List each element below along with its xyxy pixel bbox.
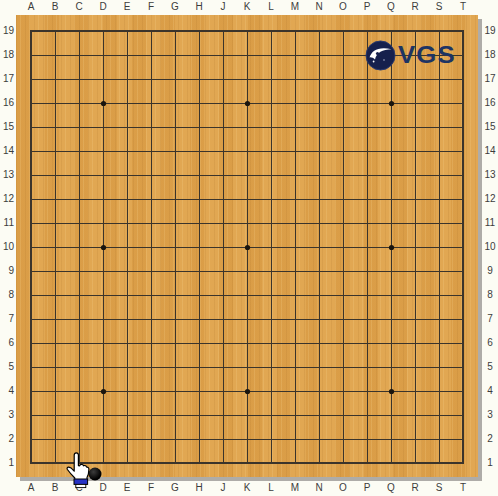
intersection-A16[interactable] [35, 106, 59, 130]
intersection-K2[interactable] [251, 442, 275, 466]
intersection-R15[interactable] [419, 130, 443, 154]
intersection-G1[interactable] [179, 466, 203, 490]
intersection-E1[interactable] [131, 466, 155, 490]
intersection-Q16[interactable] [395, 106, 419, 130]
intersection-M1[interactable] [299, 466, 323, 490]
intersection-G4[interactable] [179, 394, 203, 418]
intersection-G18[interactable] [179, 58, 203, 82]
intersection-J12[interactable] [227, 202, 251, 226]
intersection-K7[interactable] [251, 322, 275, 346]
intersection-A15[interactable] [35, 130, 59, 154]
intersection-Q11[interactable] [395, 226, 419, 250]
intersection-Q1[interactable] [395, 466, 419, 490]
intersection-A13[interactable] [35, 178, 59, 202]
intersection-O8[interactable] [347, 298, 371, 322]
intersection-F13[interactable] [155, 178, 179, 202]
intersection-E18[interactable] [131, 58, 155, 82]
intersection-A4[interactable] [35, 394, 59, 418]
intersection-D5[interactable] [107, 370, 131, 394]
intersection-H1[interactable] [203, 466, 227, 490]
intersection-J15[interactable] [227, 130, 251, 154]
intersection-M17[interactable] [299, 82, 323, 106]
intersection-T15[interactable] [467, 130, 491, 154]
intersection-J16[interactable] [227, 106, 251, 130]
intersection-F16[interactable] [155, 106, 179, 130]
intersection-J10[interactable] [227, 250, 251, 274]
intersection-Q6[interactable] [395, 346, 419, 370]
intersection-P9[interactable] [371, 274, 395, 298]
intersection-T13[interactable] [467, 178, 491, 202]
intersection-A18[interactable] [35, 58, 59, 82]
intersection-R2[interactable] [419, 442, 443, 466]
intersection-E3[interactable] [131, 418, 155, 442]
intersection-H10[interactable] [203, 250, 227, 274]
intersection-Q13[interactable] [395, 178, 419, 202]
intersection-P4[interactable] [371, 394, 395, 418]
intersection-E5[interactable] [131, 370, 155, 394]
intersection-T2[interactable] [467, 442, 491, 466]
intersection-O2[interactable] [347, 442, 371, 466]
intersection-E4[interactable] [131, 394, 155, 418]
intersection-K15[interactable] [251, 130, 275, 154]
intersection-G7[interactable] [179, 322, 203, 346]
intersection-R9[interactable] [419, 274, 443, 298]
intersection-E15[interactable] [131, 130, 155, 154]
intersection-G12[interactable] [179, 202, 203, 226]
intersection-C4[interactable] [83, 394, 107, 418]
intersection-K19[interactable] [251, 34, 275, 58]
intersection-H8[interactable] [203, 298, 227, 322]
intersection-N17[interactable] [323, 82, 347, 106]
intersection-F14[interactable] [155, 154, 179, 178]
intersection-O13[interactable] [347, 178, 371, 202]
intersection-F9[interactable] [155, 274, 179, 298]
intersection-P1[interactable] [371, 466, 395, 490]
intersection-G9[interactable] [179, 274, 203, 298]
intersection-L18[interactable] [275, 58, 299, 82]
intersection-T19[interactable] [467, 34, 491, 58]
intersection-B3[interactable] [59, 418, 83, 442]
intersection-H17[interactable] [203, 82, 227, 106]
intersection-H3[interactable] [203, 418, 227, 442]
intersection-P7[interactable] [371, 322, 395, 346]
intersection-N8[interactable] [323, 298, 347, 322]
intersection-B4[interactable] [59, 394, 83, 418]
intersection-N5[interactable] [323, 370, 347, 394]
intersection-P3[interactable] [371, 418, 395, 442]
intersection-K9[interactable] [251, 274, 275, 298]
intersection-F6[interactable] [155, 346, 179, 370]
intersection-S8[interactable] [443, 298, 467, 322]
intersection-O17[interactable] [347, 82, 371, 106]
intersection-T9[interactable] [467, 274, 491, 298]
intersection-N7[interactable] [323, 322, 347, 346]
goban[interactable] [16, 15, 478, 477]
intersection-S11[interactable] [443, 226, 467, 250]
intersection-K8[interactable] [251, 298, 275, 322]
intersection-M6[interactable] [299, 346, 323, 370]
intersection-M19[interactable] [299, 34, 323, 58]
intersection-S14[interactable] [443, 154, 467, 178]
intersection-L19[interactable] [275, 34, 299, 58]
intersection-T5[interactable] [467, 370, 491, 394]
intersection-O1[interactable] [347, 466, 371, 490]
intersection-D18[interactable] [107, 58, 131, 82]
intersection-H19[interactable] [203, 34, 227, 58]
intersection-L9[interactable] [275, 274, 299, 298]
intersection-T1[interactable] [467, 466, 491, 490]
intersection-D12[interactable] [107, 202, 131, 226]
intersection-S13[interactable] [443, 178, 467, 202]
intersection-A7[interactable] [35, 322, 59, 346]
intersection-J6[interactable] [227, 346, 251, 370]
intersection-Q14[interactable] [395, 154, 419, 178]
intersection-R17[interactable] [419, 82, 443, 106]
intersection-R10[interactable] [419, 250, 443, 274]
intersection-L6[interactable] [275, 346, 299, 370]
intersection-M18[interactable] [299, 58, 323, 82]
intersection-G13[interactable] [179, 178, 203, 202]
intersection-J13[interactable] [227, 178, 251, 202]
intersection-D9[interactable] [107, 274, 131, 298]
intersection-J1[interactable] [227, 466, 251, 490]
intersection-R13[interactable] [419, 178, 443, 202]
intersection-N16[interactable] [323, 106, 347, 130]
intersection-P13[interactable] [371, 178, 395, 202]
intersection-A17[interactable] [35, 82, 59, 106]
intersection-M10[interactable] [299, 250, 323, 274]
intersection-O9[interactable] [347, 274, 371, 298]
intersection-H9[interactable] [203, 274, 227, 298]
intersection-K16[interactable] [251, 106, 275, 130]
intersection-M9[interactable] [299, 274, 323, 298]
intersection-O10[interactable] [347, 250, 371, 274]
intersection-A3[interactable] [35, 418, 59, 442]
intersection-P12[interactable] [371, 202, 395, 226]
intersection-N1[interactable] [323, 466, 347, 490]
intersection-E16[interactable] [131, 106, 155, 130]
intersection-F10[interactable] [155, 250, 179, 274]
intersection-J4[interactable] [227, 394, 251, 418]
intersection-O11[interactable] [347, 226, 371, 250]
intersection-Q3[interactable] [395, 418, 419, 442]
intersection-A5[interactable] [35, 370, 59, 394]
intersection-P16[interactable] [371, 106, 395, 130]
intersection-R8[interactable] [419, 298, 443, 322]
intersection-C13[interactable] [83, 178, 107, 202]
intersection-J8[interactable] [227, 298, 251, 322]
intersection-C7[interactable] [83, 322, 107, 346]
intersection-K6[interactable] [251, 346, 275, 370]
intersection-T14[interactable] [467, 154, 491, 178]
intersection-D14[interactable] [107, 154, 131, 178]
intersection-M2[interactable] [299, 442, 323, 466]
intersection-P2[interactable] [371, 442, 395, 466]
intersection-M12[interactable] [299, 202, 323, 226]
intersection-B6[interactable] [59, 346, 83, 370]
intersection-J5[interactable] [227, 370, 251, 394]
intersection-D4[interactable] [107, 394, 131, 418]
intersection-C8[interactable] [83, 298, 107, 322]
intersection-C10[interactable] [83, 250, 107, 274]
intersection-J19[interactable] [227, 34, 251, 58]
intersection-D11[interactable] [107, 226, 131, 250]
intersection-T10[interactable] [467, 250, 491, 274]
intersection-H14[interactable] [203, 154, 227, 178]
intersection-L3[interactable] [275, 418, 299, 442]
intersection-N14[interactable] [323, 154, 347, 178]
intersection-J9[interactable] [227, 274, 251, 298]
intersection-G14[interactable] [179, 154, 203, 178]
intersection-E10[interactable] [131, 250, 155, 274]
intersection-L11[interactable] [275, 226, 299, 250]
intersection-P5[interactable] [371, 370, 395, 394]
intersection-Q15[interactable] [395, 130, 419, 154]
intersection-O14[interactable] [347, 154, 371, 178]
intersection-O15[interactable] [347, 130, 371, 154]
intersection-A14[interactable] [35, 154, 59, 178]
intersection-D10[interactable] [107, 250, 131, 274]
intersection-E13[interactable] [131, 178, 155, 202]
intersection-J3[interactable] [227, 418, 251, 442]
intersection-F4[interactable] [155, 394, 179, 418]
intersection-B19[interactable] [59, 34, 83, 58]
intersection-H5[interactable] [203, 370, 227, 394]
intersection-H13[interactable] [203, 178, 227, 202]
intersection-M7[interactable] [299, 322, 323, 346]
intersection-G6[interactable] [179, 346, 203, 370]
intersection-T6[interactable] [467, 346, 491, 370]
intersection-S9[interactable] [443, 274, 467, 298]
intersection-Q5[interactable] [395, 370, 419, 394]
intersection-L14[interactable] [275, 154, 299, 178]
intersection-F18[interactable] [155, 58, 179, 82]
intersection-F12[interactable] [155, 202, 179, 226]
intersection-A6[interactable] [35, 346, 59, 370]
intersection-M16[interactable] [299, 106, 323, 130]
intersection-Q17[interactable] [395, 82, 419, 106]
intersection-E6[interactable] [131, 346, 155, 370]
intersection-N4[interactable] [323, 394, 347, 418]
intersection-F2[interactable] [155, 442, 179, 466]
intersection-D1[interactable] [107, 466, 131, 490]
intersection-grid[interactable] [35, 34, 491, 490]
intersection-C18[interactable] [83, 58, 107, 82]
intersection-B13[interactable] [59, 178, 83, 202]
intersection-N18[interactable] [323, 58, 347, 82]
intersection-E11[interactable] [131, 226, 155, 250]
intersection-E19[interactable] [131, 34, 155, 58]
intersection-Q7[interactable] [395, 322, 419, 346]
intersection-G16[interactable] [179, 106, 203, 130]
intersection-K18[interactable] [251, 58, 275, 82]
intersection-S1[interactable] [443, 466, 467, 490]
intersection-K17[interactable] [251, 82, 275, 106]
intersection-P11[interactable] [371, 226, 395, 250]
intersection-L10[interactable] [275, 250, 299, 274]
intersection-R6[interactable] [419, 346, 443, 370]
intersection-M13[interactable] [299, 178, 323, 202]
intersection-A11[interactable] [35, 226, 59, 250]
intersection-G15[interactable] [179, 130, 203, 154]
intersection-T3[interactable] [467, 418, 491, 442]
intersection-J2[interactable] [227, 442, 251, 466]
intersection-D3[interactable] [107, 418, 131, 442]
intersection-L15[interactable] [275, 130, 299, 154]
intersection-Q2[interactable] [395, 442, 419, 466]
intersection-E9[interactable] [131, 274, 155, 298]
intersection-H4[interactable] [203, 394, 227, 418]
intersection-T7[interactable] [467, 322, 491, 346]
intersection-K3[interactable] [251, 418, 275, 442]
intersection-S17[interactable] [443, 82, 467, 106]
intersection-G3[interactable] [179, 418, 203, 442]
intersection-C6[interactable] [83, 346, 107, 370]
intersection-H6[interactable] [203, 346, 227, 370]
intersection-H18[interactable] [203, 58, 227, 82]
intersection-O5[interactable] [347, 370, 371, 394]
intersection-K1[interactable] [251, 466, 275, 490]
intersection-N12[interactable] [323, 202, 347, 226]
intersection-D19[interactable] [107, 34, 131, 58]
intersection-B15[interactable] [59, 130, 83, 154]
intersection-G10[interactable] [179, 250, 203, 274]
intersection-H2[interactable] [203, 442, 227, 466]
intersection-T4[interactable] [467, 394, 491, 418]
intersection-A19[interactable] [35, 34, 59, 58]
intersection-E8[interactable] [131, 298, 155, 322]
intersection-O4[interactable] [347, 394, 371, 418]
intersection-L17[interactable] [275, 82, 299, 106]
intersection-H12[interactable] [203, 202, 227, 226]
intersection-E14[interactable] [131, 154, 155, 178]
intersection-G17[interactable] [179, 82, 203, 106]
intersection-S16[interactable] [443, 106, 467, 130]
intersection-H15[interactable] [203, 130, 227, 154]
intersection-J18[interactable] [227, 58, 251, 82]
intersection-B16[interactable] [59, 106, 83, 130]
intersection-O3[interactable] [347, 418, 371, 442]
intersection-S6[interactable] [443, 346, 467, 370]
intersection-A8[interactable] [35, 298, 59, 322]
intersection-J7[interactable] [227, 322, 251, 346]
intersection-T8[interactable] [467, 298, 491, 322]
intersection-F3[interactable] [155, 418, 179, 442]
intersection-G2[interactable] [179, 442, 203, 466]
intersection-K14[interactable] [251, 154, 275, 178]
intersection-C16[interactable] [83, 106, 107, 130]
intersection-J17[interactable] [227, 82, 251, 106]
intersection-M3[interactable] [299, 418, 323, 442]
intersection-B11[interactable] [59, 226, 83, 250]
intersection-B14[interactable] [59, 154, 83, 178]
intersection-H7[interactable] [203, 322, 227, 346]
intersection-R11[interactable] [419, 226, 443, 250]
intersection-S3[interactable] [443, 418, 467, 442]
intersection-D6[interactable] [107, 346, 131, 370]
intersection-E7[interactable] [131, 322, 155, 346]
intersection-L4[interactable] [275, 394, 299, 418]
intersection-M5[interactable] [299, 370, 323, 394]
intersection-C17[interactable] [83, 82, 107, 106]
intersection-L12[interactable] [275, 202, 299, 226]
intersection-Q4[interactable] [395, 394, 419, 418]
intersection-C3[interactable] [83, 418, 107, 442]
intersection-E12[interactable] [131, 202, 155, 226]
intersection-D8[interactable] [107, 298, 131, 322]
intersection-D7[interactable] [107, 322, 131, 346]
intersection-A2[interactable] [35, 442, 59, 466]
intersection-S4[interactable] [443, 394, 467, 418]
intersection-D16[interactable] [107, 106, 131, 130]
intersection-S12[interactable] [443, 202, 467, 226]
intersection-R1[interactable] [419, 466, 443, 490]
intersection-N13[interactable] [323, 178, 347, 202]
intersection-N9[interactable] [323, 274, 347, 298]
intersection-B10[interactable] [59, 250, 83, 274]
intersection-H11[interactable] [203, 226, 227, 250]
intersection-M4[interactable] [299, 394, 323, 418]
intersection-J11[interactable] [227, 226, 251, 250]
intersection-A12[interactable] [35, 202, 59, 226]
intersection-M11[interactable] [299, 226, 323, 250]
intersection-N6[interactable] [323, 346, 347, 370]
intersection-L5[interactable] [275, 370, 299, 394]
intersection-N19[interactable] [323, 34, 347, 58]
intersection-N15[interactable] [323, 130, 347, 154]
intersection-S15[interactable] [443, 130, 467, 154]
intersection-B12[interactable] [59, 202, 83, 226]
intersection-R3[interactable] [419, 418, 443, 442]
intersection-F7[interactable] [155, 322, 179, 346]
intersection-R14[interactable] [419, 154, 443, 178]
intersection-L1[interactable] [275, 466, 299, 490]
intersection-D15[interactable] [107, 130, 131, 154]
intersection-O16[interactable] [347, 106, 371, 130]
intersection-C14[interactable] [83, 154, 107, 178]
intersection-G19[interactable] [179, 34, 203, 58]
intersection-D13[interactable] [107, 178, 131, 202]
intersection-K12[interactable] [251, 202, 275, 226]
intersection-O6[interactable] [347, 346, 371, 370]
intersection-K4[interactable] [251, 394, 275, 418]
intersection-A1[interactable] [35, 466, 59, 490]
intersection-P15[interactable] [371, 130, 395, 154]
intersection-R4[interactable] [419, 394, 443, 418]
intersection-Q9[interactable] [395, 274, 419, 298]
intersection-S2[interactable] [443, 442, 467, 466]
intersection-A10[interactable] [35, 250, 59, 274]
intersection-Q10[interactable] [395, 250, 419, 274]
intersection-C11[interactable] [83, 226, 107, 250]
intersection-F11[interactable] [155, 226, 179, 250]
intersection-M8[interactable] [299, 298, 323, 322]
intersection-N2[interactable] [323, 442, 347, 466]
intersection-S7[interactable] [443, 322, 467, 346]
intersection-K10[interactable] [251, 250, 275, 274]
intersection-P17[interactable] [371, 82, 395, 106]
intersection-K13[interactable] [251, 178, 275, 202]
intersection-T12[interactable] [467, 202, 491, 226]
intersection-F5[interactable] [155, 370, 179, 394]
intersection-F19[interactable] [155, 34, 179, 58]
intersection-F15[interactable] [155, 130, 179, 154]
intersection-Q8[interactable] [395, 298, 419, 322]
intersection-B7[interactable] [59, 322, 83, 346]
intersection-G5[interactable] [179, 370, 203, 394]
intersection-J14[interactable] [227, 154, 251, 178]
intersection-C12[interactable] [83, 202, 107, 226]
